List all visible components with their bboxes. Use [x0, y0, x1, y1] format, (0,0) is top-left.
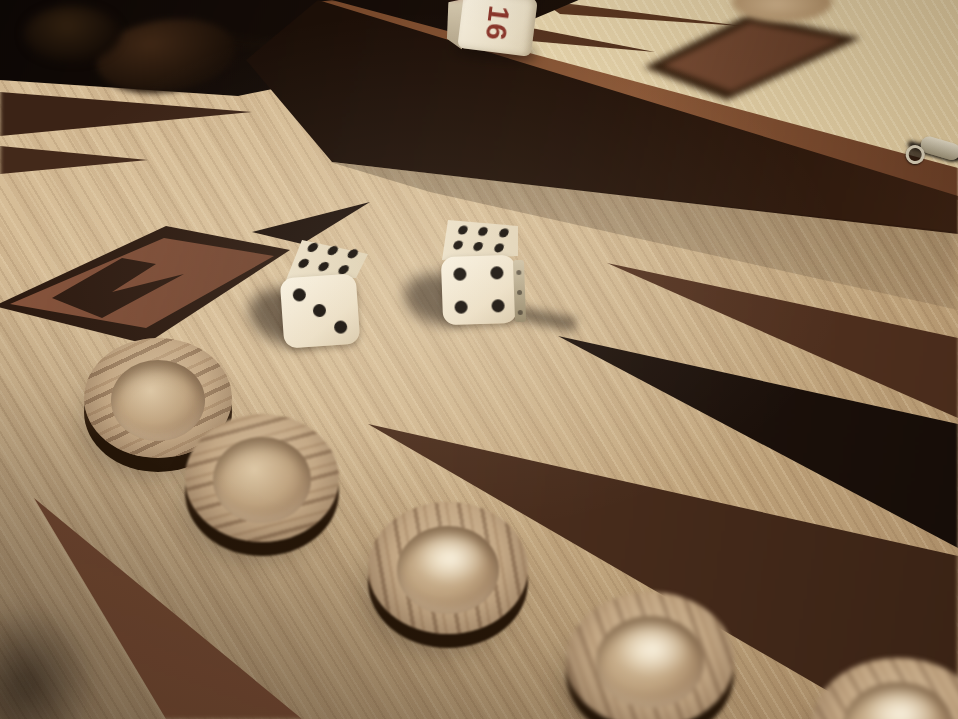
wooden-checker[interactable] — [566, 592, 734, 719]
backgammon-photo-scene: 16 — [0, 0, 958, 719]
checker-highlight — [416, 532, 486, 585]
checker-row — [0, 0, 958, 719]
wooden-checker[interactable] — [185, 414, 339, 558]
checker-dish — [213, 437, 312, 523]
wooden-checker[interactable] — [812, 658, 958, 719]
wooden-checker[interactable] — [368, 502, 528, 650]
checker-highlight — [616, 622, 690, 677]
